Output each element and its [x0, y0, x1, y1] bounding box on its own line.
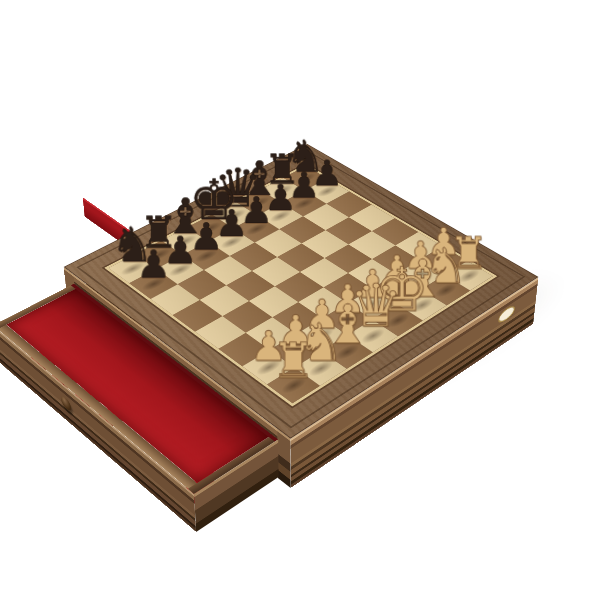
piece-contact-shadow [242, 221, 270, 237]
white-rook: ♜ [447, 231, 491, 275]
drawer-knob[interactable] [61, 394, 72, 414]
square-b7: ♟ [156, 255, 204, 284]
piece-contact-shadow [333, 310, 363, 329]
piece-contact-shadow [290, 196, 318, 211]
piece-contact-shadow [358, 295, 388, 313]
square-h1: ♜ [445, 261, 493, 291]
chess-case: ♞♜♝♚♛♝♜♞♟♟♟♟♟♟♟♟♟♟♟♟♟♟♟♟♜♞♝♛♚♝♞♜ [64, 144, 539, 439]
piece-contact-shadow [314, 184, 341, 199]
piece-contact-shadow [406, 266, 435, 284]
piece-contact-shadow [305, 358, 337, 379]
piece-contact-shadow [171, 233, 200, 249]
piece-contact-shadow [217, 234, 246, 251]
piece-contact-shadow [280, 341, 311, 361]
piece-contact-shadow [382, 280, 411, 298]
piece-contact-shadow [383, 311, 413, 330]
product-photo-chess-set: ♞♜♝♚♛♝♜♞♟♟♟♟♟♟♟♟♟♟♟♟♟♟♟♟♜♞♝♛♚♝♞♜ [0, 0, 600, 600]
piece-contact-shadow [192, 247, 221, 264]
square-d6 [230, 242, 277, 271]
piece-contact-shadow [139, 275, 169, 293]
piece-contact-shadow [408, 296, 438, 315]
piece-contact-shadow [292, 171, 319, 186]
piece-contact-shadow [430, 252, 458, 269]
piece-contact-shadow [196, 220, 225, 236]
piece-contact-shadow [431, 281, 460, 299]
piece-contact-shadow [267, 208, 295, 224]
makers-badge [499, 304, 515, 323]
square-b1: ♞ [295, 351, 347, 386]
piece-contact-shadow [358, 326, 389, 346]
piece-contact-shadow [118, 260, 148, 277]
piece-contact-shadow [253, 357, 285, 378]
piece-contact-shadow [269, 183, 296, 198]
square-a7: ♟ [129, 269, 177, 299]
piece-contact-shadow [307, 325, 338, 344]
piece-contact-shadow [332, 342, 363, 362]
piece-contact-shadow [278, 375, 310, 396]
piece-contact-shadow [455, 267, 484, 285]
black-knight: ♞ [285, 134, 325, 178]
square-c1: ♝ [321, 335, 373, 369]
